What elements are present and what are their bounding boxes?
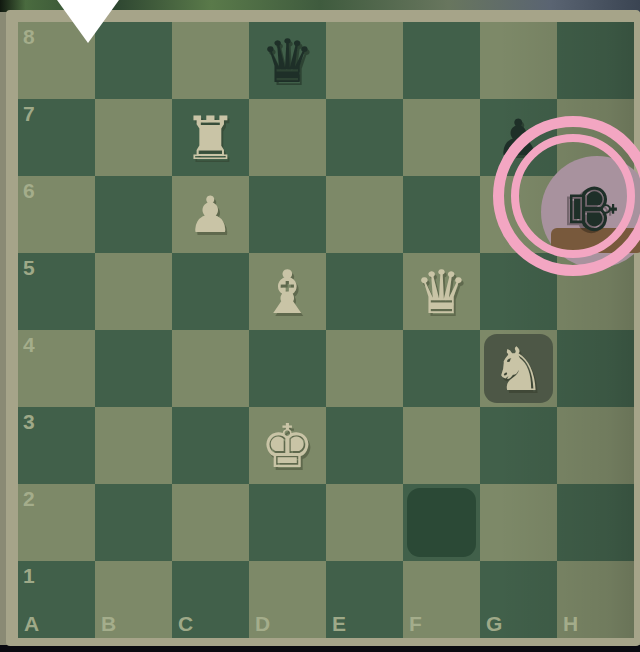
square-b5[interactable]	[95, 253, 172, 330]
square-f4[interactable]	[403, 330, 480, 407]
white-bishop-d5[interactable]: ♝	[249, 253, 326, 330]
square-e6[interactable]	[326, 176, 403, 253]
square-e8[interactable]	[326, 22, 403, 99]
square-a2[interactable]	[18, 484, 95, 561]
square-b6[interactable]	[95, 176, 172, 253]
white-bishop-glyph: ♝	[261, 262, 315, 322]
white-knight-g4[interactable]: ♞	[480, 330, 557, 407]
square-e4[interactable]	[326, 330, 403, 407]
white-pawn-glyph: ♟	[188, 190, 233, 240]
white-king-d3[interactable]: ♚	[249, 407, 326, 484]
black-king-glyph: ♚	[560, 180, 624, 237]
square-a3[interactable]	[18, 407, 95, 484]
white-rook-glyph: ♜	[184, 108, 238, 168]
square-b2[interactable]	[95, 484, 172, 561]
black-pawn-glyph: ♟	[496, 113, 541, 163]
square-d4[interactable]	[249, 330, 326, 407]
black-king-h6[interactable]: ♚	[553, 170, 630, 247]
square-b7[interactable]	[95, 99, 172, 176]
square-d7[interactable]	[249, 99, 326, 176]
white-knight-glyph: ♞	[492, 339, 546, 399]
square-f7[interactable]	[403, 99, 480, 176]
square-e2[interactable]	[326, 484, 403, 561]
square-h1[interactable]	[557, 561, 634, 638]
white-king-glyph: ♚	[261, 416, 315, 476]
black-queen-d8[interactable]: ♛	[249, 22, 326, 99]
square-c3[interactable]	[172, 407, 249, 484]
square-d6[interactable]	[249, 176, 326, 253]
black-queen-glyph: ♛	[261, 31, 315, 91]
square-a6[interactable]	[18, 176, 95, 253]
square-a4[interactable]	[18, 330, 95, 407]
square-e5[interactable]	[326, 253, 403, 330]
square-c1[interactable]	[172, 561, 249, 638]
square-c2[interactable]	[172, 484, 249, 561]
square-a5[interactable]	[18, 253, 95, 330]
square-d2[interactable]	[249, 484, 326, 561]
white-queen-glyph: ♛	[415, 262, 469, 322]
square-h4[interactable]	[557, 330, 634, 407]
square-b1[interactable]	[95, 561, 172, 638]
white-queen-f5[interactable]: ♛	[403, 253, 480, 330]
square-c5[interactable]	[172, 253, 249, 330]
square-e1[interactable]	[326, 561, 403, 638]
square-h3[interactable]	[557, 407, 634, 484]
black-pawn-g7[interactable]: ♟	[480, 99, 557, 176]
square-h2[interactable]	[557, 484, 634, 561]
square-e3[interactable]	[326, 407, 403, 484]
square-b4[interactable]	[95, 330, 172, 407]
chess-app-screen: { "game": "chess", "view": "mobile chess…	[0, 0, 640, 652]
square-g2[interactable]	[480, 484, 557, 561]
bottom-letterbox-strip	[0, 645, 640, 652]
pointer-arrow-icon	[57, 0, 119, 43]
square-g5[interactable]	[480, 253, 557, 330]
square-g8[interactable]	[480, 22, 557, 99]
square-a7[interactable]	[18, 99, 95, 176]
square-c8[interactable]	[172, 22, 249, 99]
white-pawn-c6[interactable]: ♟	[172, 176, 249, 253]
square-f6[interactable]	[403, 176, 480, 253]
square-c4[interactable]	[172, 330, 249, 407]
chess-board: 87654321ABCDEFGH♛♜♟♚♟♝♛♞♚	[18, 22, 634, 638]
square-g3[interactable]	[480, 407, 557, 484]
square-h8[interactable]	[557, 22, 634, 99]
square-d1[interactable]	[249, 561, 326, 638]
square-a1[interactable]	[18, 561, 95, 638]
square-f1[interactable]	[403, 561, 480, 638]
square-e7[interactable]	[326, 99, 403, 176]
white-rook-c7[interactable]: ♜	[172, 99, 249, 176]
square-g1[interactable]	[480, 561, 557, 638]
square-f3[interactable]	[403, 407, 480, 484]
square-b3[interactable]	[95, 407, 172, 484]
highlight-move-from-f2[interactable]	[407, 488, 476, 557]
square-f8[interactable]	[403, 22, 480, 99]
